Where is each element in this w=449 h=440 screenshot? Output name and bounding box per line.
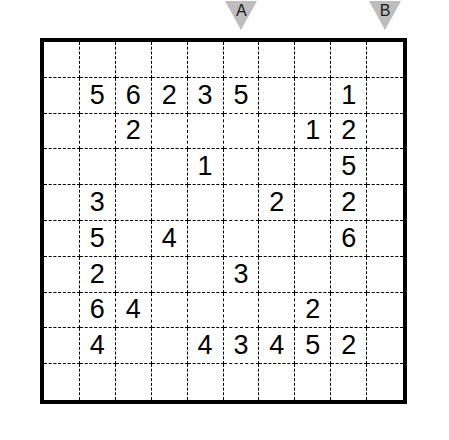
cell-r10c9[interactable] [331,364,367,400]
answer-marker-a: A [225,1,257,31]
cell-r8c8: 2 [295,293,331,329]
cell-r3c5[interactable] [188,114,224,150]
cell-r7c2: 2 [80,257,116,293]
cell-r1c2[interactable] [80,42,116,78]
cell-r5c9: 2 [331,185,367,221]
cell-r10c4[interactable] [152,364,188,400]
cell-r2c9: 1 [331,78,367,114]
cell-r10c1[interactable] [44,364,80,400]
cell-r1c3[interactable] [116,42,152,78]
cell-r5c7: 2 [259,185,295,221]
puzzle-board: 5623512121532254623642443452 [40,38,407,404]
cell-r2c5: 3 [188,78,224,114]
cell-r10c2[interactable] [80,364,116,400]
cell-r2c6: 5 [224,78,260,114]
cell-r1c10[interactable] [367,42,403,78]
cell-r3c1[interactable] [44,114,80,150]
cell-r4c9: 5 [331,149,367,185]
cell-r5c1[interactable] [44,185,80,221]
cell-r7c6: 3 [224,257,260,293]
cell-r9c1[interactable] [44,328,80,364]
cell-r7c1[interactable] [44,257,80,293]
cell-r2c7[interactable] [259,78,295,114]
cell-r5c5[interactable] [188,185,224,221]
cell-r10c10[interactable] [367,364,403,400]
cell-r2c2: 5 [80,78,116,114]
cell-r8c7[interactable] [259,293,295,329]
cell-r9c8: 5 [295,328,331,364]
cell-r4c3[interactable] [116,149,152,185]
cell-r9c2: 4 [80,328,116,364]
cell-r6c7[interactable] [259,221,295,257]
cell-r3c7[interactable] [259,114,295,150]
cell-r4c10[interactable] [367,149,403,185]
cell-r6c5[interactable] [188,221,224,257]
cell-r3c4[interactable] [152,114,188,150]
cell-r7c4[interactable] [152,257,188,293]
cell-r5c10[interactable] [367,185,403,221]
cell-r1c6[interactable] [224,42,260,78]
cell-r4c4[interactable] [152,149,188,185]
cell-r9c5: 4 [188,328,224,364]
cell-r2c3: 6 [116,78,152,114]
cell-r7c3[interactable] [116,257,152,293]
cell-r2c4: 2 [152,78,188,114]
cell-r10c5[interactable] [188,364,224,400]
cell-r7c10[interactable] [367,257,403,293]
cell-r6c9: 6 [331,221,367,257]
cell-r9c7: 4 [259,328,295,364]
cell-r6c2: 5 [80,221,116,257]
cell-r3c8: 1 [295,114,331,150]
cell-r4c2[interactable] [80,149,116,185]
cell-r5c6[interactable] [224,185,260,221]
cell-r1c8[interactable] [295,42,331,78]
cell-r10c3[interactable] [116,364,152,400]
cell-r2c8[interactable] [295,78,331,114]
marker-label: B [369,3,401,19]
cell-r7c8[interactable] [295,257,331,293]
cell-r8c6[interactable] [224,293,260,329]
cell-r1c5[interactable] [188,42,224,78]
cell-r6c6[interactable] [224,221,260,257]
cell-r3c10[interactable] [367,114,403,150]
cell-r2c1[interactable] [44,78,80,114]
cell-r9c4[interactable] [152,328,188,364]
cell-r3c2[interactable] [80,114,116,150]
cell-r4c6[interactable] [224,149,260,185]
cell-r3c6[interactable] [224,114,260,150]
cell-r1c4[interactable] [152,42,188,78]
cell-r10c8[interactable] [295,364,331,400]
cell-r9c9: 2 [331,328,367,364]
puzzle-page: AB 5623512121532254623642443452 [0,0,449,440]
cell-r5c3[interactable] [116,185,152,221]
cell-r7c5[interactable] [188,257,224,293]
cell-r5c4[interactable] [152,185,188,221]
cell-r5c8[interactable] [295,185,331,221]
cell-r1c7[interactable] [259,42,295,78]
cell-r2c10[interactable] [367,78,403,114]
cell-r6c10[interactable] [367,221,403,257]
cell-r4c5: 1 [188,149,224,185]
cell-r6c1[interactable] [44,221,80,257]
cell-r7c9[interactable] [331,257,367,293]
cell-r4c8[interactable] [295,149,331,185]
cell-r4c7[interactable] [259,149,295,185]
cell-r9c6: 3 [224,328,260,364]
cell-r9c10[interactable] [367,328,403,364]
cell-r8c2: 6 [80,293,116,329]
cell-r10c6[interactable] [224,364,260,400]
marker-label: A [225,3,257,19]
cell-r8c3: 4 [116,293,152,329]
answer-marker-b: B [369,1,401,31]
cell-r1c1[interactable] [44,42,80,78]
cell-r3c3: 2 [116,114,152,150]
cell-r7c7[interactable] [259,257,295,293]
cell-r3c9: 2 [331,114,367,150]
cell-r4c1[interactable] [44,149,80,185]
cell-r8c4[interactable] [152,293,188,329]
cell-r8c5[interactable] [188,293,224,329]
cell-r6c4: 4 [152,221,188,257]
cell-r9c3[interactable] [116,328,152,364]
cell-r10c7[interactable] [259,364,295,400]
cell-r6c8[interactable] [295,221,331,257]
cell-r6c3[interactable] [116,221,152,257]
cell-r1c9[interactable] [331,42,367,78]
cell-r8c10[interactable] [367,293,403,329]
cell-r5c2: 3 [80,185,116,221]
cell-r8c1[interactable] [44,293,80,329]
cell-r8c9[interactable] [331,293,367,329]
